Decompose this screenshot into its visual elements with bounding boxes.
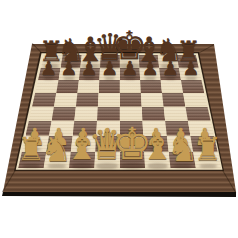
chessboard-photo: ♜♞♝♛♚♝♞♜♟♟♟♟♟♟♟♟♟♟♟♟♟♟♟♟♜♞♝♛♚♝♞♜ bbox=[0, 0, 238, 238]
piece-black-pawn-a7: ♟ bbox=[40, 59, 57, 78]
chess-pieces: ♜♞♝♛♚♝♞♜♟♟♟♟♟♟♟♟♟♟♟♟♟♟♟♟♜♞♝♛♚♝♞♜ bbox=[0, 0, 238, 238]
piece-black-pawn-g7: ♟ bbox=[162, 59, 179, 78]
piece-black-pawn-d7: ♟ bbox=[101, 59, 118, 78]
piece-black-pawn-e7: ♟ bbox=[121, 59, 138, 78]
piece-white-rook-h1: ♜ bbox=[194, 134, 223, 166]
piece-black-pawn-f7: ♟ bbox=[142, 59, 159, 78]
piece-black-pawn-h7: ♟ bbox=[182, 59, 199, 78]
piece-black-pawn-b7: ♟ bbox=[60, 59, 77, 78]
piece-black-pawn-c7: ♟ bbox=[81, 59, 98, 78]
